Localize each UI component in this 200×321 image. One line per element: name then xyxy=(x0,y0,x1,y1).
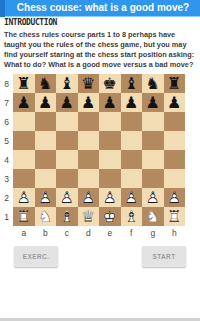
white-king-piece: ♚♔ xyxy=(99,207,121,226)
square-b2: ♟♙ xyxy=(35,188,57,207)
black-pawn-piece: ♟ xyxy=(78,93,100,112)
title-bar: Chess couse: what is a good move? xyxy=(0,0,200,17)
square-b3 xyxy=(35,169,57,188)
file-label-a: a xyxy=(13,226,35,238)
square-a3 xyxy=(13,169,35,188)
file-label-e: e xyxy=(99,226,121,238)
black-bishop-piece: ♝ xyxy=(56,74,78,93)
square-d5 xyxy=(78,131,100,150)
square-g4 xyxy=(142,150,164,169)
square-f5 xyxy=(121,131,143,150)
file-label-h: h xyxy=(164,226,186,238)
square-g5 xyxy=(142,131,164,150)
square-f3 xyxy=(121,169,143,188)
rank-label-4: 4 xyxy=(0,150,13,169)
square-c6 xyxy=(56,112,78,131)
square-e3 xyxy=(99,169,121,188)
white-rook-piece: ♜♖ xyxy=(164,207,186,226)
square-e7: ♟ xyxy=(99,93,121,112)
file-label-d: d xyxy=(78,226,100,238)
rank-label-5: 5 xyxy=(0,131,13,150)
square-h8: ♜ xyxy=(164,74,186,93)
white-pawn-piece: ♟♙ xyxy=(35,188,57,207)
square-h2: ♟♙ xyxy=(164,188,186,207)
square-h3 xyxy=(164,169,186,188)
square-e1: ♚♔ xyxy=(99,207,121,226)
square-a5 xyxy=(13,131,35,150)
title-bar-left-shade xyxy=(0,0,5,17)
square-e6 xyxy=(99,112,121,131)
square-a2: ♟♙ xyxy=(13,188,35,207)
square-c1: ♝♗ xyxy=(56,207,78,226)
square-a4 xyxy=(13,150,35,169)
square-c5 xyxy=(56,131,78,150)
rank-label-6: 6 xyxy=(0,112,13,131)
rank-label-3: 3 xyxy=(0,169,13,188)
square-b7: ♟ xyxy=(35,93,57,112)
black-pawn-piece: ♟ xyxy=(164,93,186,112)
square-h6 xyxy=(164,112,186,131)
white-knight-piece: ♞♘ xyxy=(35,207,57,226)
square-c7: ♟ xyxy=(56,93,78,112)
square-f2: ♟♙ xyxy=(121,188,143,207)
black-king-piece: ♚ xyxy=(99,74,121,93)
square-d3 xyxy=(78,169,100,188)
square-g8: ♞ xyxy=(142,74,164,93)
square-e8: ♚ xyxy=(99,74,121,93)
square-f7: ♟ xyxy=(121,93,143,112)
square-c2: ♟♙ xyxy=(56,188,78,207)
square-g7: ♟ xyxy=(142,93,164,112)
black-knight-piece: ♞ xyxy=(142,74,164,93)
square-h5 xyxy=(164,131,186,150)
square-b6 xyxy=(35,112,57,131)
rank-label-7: 7 xyxy=(0,93,13,112)
white-bishop-piece: ♝♗ xyxy=(121,207,143,226)
square-f1: ♝♗ xyxy=(121,207,143,226)
black-queen-piece: ♛ xyxy=(78,74,100,93)
square-h7: ♟ xyxy=(164,93,186,112)
white-pawn-piece: ♟♙ xyxy=(99,188,121,207)
white-pawn-piece: ♟♙ xyxy=(121,188,143,207)
intro-text: The chess rules course parts 1 to 8 perh… xyxy=(4,30,197,70)
square-a6 xyxy=(13,112,35,131)
file-label-f: f xyxy=(121,226,143,238)
square-d1: ♛♕ xyxy=(78,207,100,226)
white-knight-piece: ♞♘ xyxy=(142,207,164,226)
white-bishop-piece: ♝♗ xyxy=(56,207,78,226)
white-pawn-piece: ♟♙ xyxy=(78,188,100,207)
black-bishop-piece: ♝ xyxy=(121,74,143,93)
square-e5 xyxy=(99,131,121,150)
square-d7: ♟ xyxy=(78,93,100,112)
white-pawn-piece: ♟♙ xyxy=(56,188,78,207)
rank-label-2: 2 xyxy=(0,188,13,207)
square-b5 xyxy=(35,131,57,150)
square-a8: ♜ xyxy=(13,74,35,93)
square-c8: ♝ xyxy=(56,74,78,93)
black-knight-piece: ♞ xyxy=(35,74,57,93)
white-rook-piece: ♜♖ xyxy=(13,207,35,226)
square-d8: ♛ xyxy=(78,74,100,93)
square-d6 xyxy=(78,112,100,131)
black-pawn-piece: ♟ xyxy=(99,93,121,112)
square-b4 xyxy=(35,150,57,169)
square-c4 xyxy=(56,150,78,169)
square-c3 xyxy=(56,169,78,188)
square-e2: ♟♙ xyxy=(99,188,121,207)
file-label-b: b xyxy=(35,226,57,238)
square-b8: ♞ xyxy=(35,74,57,93)
square-b1: ♞♘ xyxy=(35,207,57,226)
square-e4 xyxy=(99,150,121,169)
chess-board: ♜♞♝♛♚♝♞♜♟♟♟♟♟♟♟♟♟♙♟♙♟♙♟♙♟♙♟♙♟♙♟♙♜♖♞♘♝♗♛♕… xyxy=(13,74,185,226)
square-g3 xyxy=(142,169,164,188)
white-pawn-piece: ♟♙ xyxy=(13,188,35,207)
square-g2: ♟♙ xyxy=(142,188,164,207)
file-label-c: c xyxy=(56,226,78,238)
section-heading: INTRODUCTION xyxy=(4,18,57,27)
black-rook-piece: ♜ xyxy=(164,74,186,93)
square-f4 xyxy=(121,150,143,169)
square-f8: ♝ xyxy=(121,74,143,93)
black-pawn-piece: ♟ xyxy=(121,93,143,112)
square-h1: ♜♖ xyxy=(164,207,186,226)
black-pawn-piece: ♟ xyxy=(35,93,57,112)
white-pawn-piece: ♟♙ xyxy=(164,188,186,207)
square-a1: ♜♖ xyxy=(13,207,35,226)
file-label-g: g xyxy=(142,226,164,238)
rank-label-8: 8 xyxy=(0,74,13,93)
file-labels: abcdefgh xyxy=(13,226,185,238)
black-rook-piece: ♜ xyxy=(13,74,35,93)
square-a7: ♟ xyxy=(13,93,35,112)
rank-labels: 87654321 xyxy=(0,74,13,226)
white-queen-piece: ♛♕ xyxy=(78,207,100,226)
page-title: Chess couse: what is a good move? xyxy=(8,2,198,13)
black-pawn-piece: ♟ xyxy=(56,93,78,112)
square-g1: ♞♘ xyxy=(142,207,164,226)
square-f6 xyxy=(121,112,143,131)
black-pawn-piece: ♟ xyxy=(142,93,164,112)
square-d4 xyxy=(78,150,100,169)
start-button[interactable]: START xyxy=(142,246,186,267)
exercises-button[interactable]: EXERC. xyxy=(14,246,58,267)
square-g6 xyxy=(142,112,164,131)
black-pawn-piece: ♟ xyxy=(13,93,35,112)
white-pawn-piece: ♟♙ xyxy=(142,188,164,207)
rank-label-1: 1 xyxy=(0,207,13,226)
square-d2: ♟♙ xyxy=(78,188,100,207)
square-h4 xyxy=(164,150,186,169)
